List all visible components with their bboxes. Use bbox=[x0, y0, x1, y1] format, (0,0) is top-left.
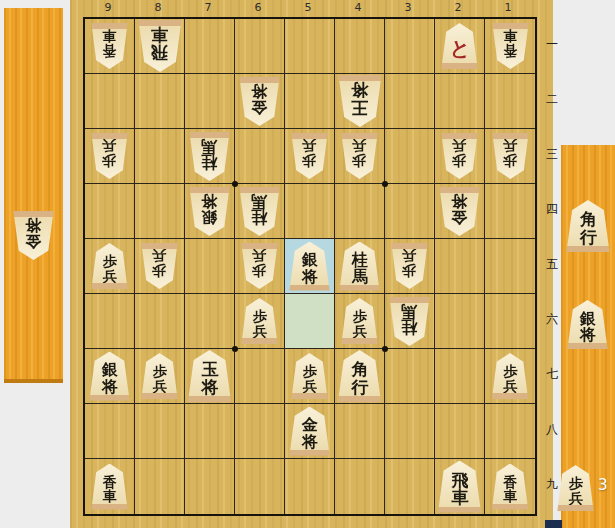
piece-kanji: 歩 bbox=[453, 154, 466, 168]
square-4-2[interactable]: 王将 bbox=[335, 74, 385, 129]
square-5-6[interactable] bbox=[285, 294, 335, 349]
square-3-3[interactable] bbox=[385, 129, 435, 184]
shogi-board: 987654321 一二三四五六七八九 香車飛車と香車金将王将歩兵桂馬歩兵歩兵歩… bbox=[70, 0, 553, 528]
piece-gote-pawn[interactable]: 歩兵 bbox=[341, 133, 378, 179]
piece-kanji: 車 bbox=[152, 26, 168, 43]
piece-sente-pawn[interactable]: 歩兵 bbox=[492, 353, 529, 399]
square-8-8[interactable] bbox=[135, 404, 185, 459]
square-5-8[interactable]: 金将 bbox=[285, 404, 335, 459]
piece-kanji: 飛 bbox=[152, 44, 168, 61]
piece-kanji: 兵 bbox=[253, 249, 266, 263]
square-7-9[interactable] bbox=[185, 459, 235, 514]
square-6-1[interactable] bbox=[235, 19, 285, 74]
piece-kanji: 歩 bbox=[504, 364, 517, 378]
square-8-4[interactable] bbox=[135, 184, 185, 239]
square-6-3[interactable] bbox=[235, 129, 285, 184]
piece-kanji: 兵 bbox=[153, 249, 166, 263]
file-label-2: 2 bbox=[433, 1, 483, 15]
piece-kanji: 馬 bbox=[402, 302, 417, 318]
square-9-5[interactable]: 歩兵 bbox=[85, 239, 135, 294]
hand-count-pawn: 3 bbox=[598, 478, 608, 493]
piece-kanji: 将 bbox=[202, 379, 218, 396]
piece-kanji: 歩 bbox=[353, 309, 366, 323]
piece-gote-pawn[interactable]: 歩兵 bbox=[441, 133, 478, 179]
piece-kanji: 将 bbox=[580, 327, 595, 343]
piece-kanji: 王 bbox=[352, 99, 368, 116]
square-8-6[interactable] bbox=[135, 294, 185, 349]
square-4-1[interactable] bbox=[335, 19, 385, 74]
file-label-1: 1 bbox=[483, 1, 533, 15]
piece-kanji: 馬 bbox=[352, 269, 367, 285]
square-1-1[interactable]: 香車 bbox=[485, 19, 535, 74]
square-5-4[interactable] bbox=[285, 184, 335, 239]
square-5-7[interactable]: 歩兵 bbox=[285, 349, 335, 404]
board-grid: 香車飛車と香車金将王将歩兵桂馬歩兵歩兵歩兵歩兵銀将桂馬金将歩兵歩兵歩兵銀将桂馬歩… bbox=[83, 17, 537, 516]
square-8-5[interactable]: 歩兵 bbox=[135, 239, 185, 294]
piece-kanji: 歩 bbox=[403, 264, 416, 278]
piece-kanji: 将 bbox=[302, 434, 317, 450]
square-8-9[interactable] bbox=[135, 459, 185, 514]
piece-gote-pawn[interactable]: 歩兵 bbox=[492, 133, 529, 179]
square-6-5[interactable]: 歩兵 bbox=[235, 239, 285, 294]
piece-kanji: 兵 bbox=[253, 324, 266, 338]
square-7-6[interactable] bbox=[185, 294, 235, 349]
piece-kanji: 香 bbox=[504, 44, 517, 58]
square-1-6[interactable] bbox=[485, 294, 535, 349]
square-1-5[interactable] bbox=[485, 239, 535, 294]
piece-kanji: 将 bbox=[102, 379, 117, 395]
piece-gote-knight[interactable]: 桂馬 bbox=[189, 132, 230, 181]
piece-kanji: 歩 bbox=[569, 476, 582, 490]
piece-sente-tokin[interactable]: と bbox=[441, 23, 478, 69]
piece-kanji: 兵 bbox=[103, 139, 116, 153]
square-3-6[interactable]: 桂馬 bbox=[385, 294, 435, 349]
piece-kanji: 将 bbox=[26, 217, 41, 233]
piece-kanji: 歩 bbox=[303, 154, 316, 168]
square-9-2[interactable] bbox=[85, 74, 135, 129]
square-9-8[interactable] bbox=[85, 404, 135, 459]
piece-kanji: 兵 bbox=[303, 139, 316, 153]
gote-captured-piece-stand: 金将 bbox=[4, 8, 63, 383]
square-8-3[interactable] bbox=[135, 129, 185, 184]
square-3-5[interactable]: 歩兵 bbox=[385, 239, 435, 294]
file-label-4: 4 bbox=[333, 1, 383, 15]
piece-gote-pawn[interactable]: 歩兵 bbox=[291, 133, 328, 179]
piece-sente-silver[interactable]: 銀将 bbox=[567, 300, 608, 349]
square-9-1[interactable]: 香車 bbox=[85, 19, 135, 74]
square-7-5[interactable] bbox=[185, 239, 235, 294]
square-6-2[interactable]: 金将 bbox=[235, 74, 285, 129]
square-5-5[interactable]: 銀将 bbox=[285, 239, 335, 294]
piece-kanji: 兵 bbox=[153, 379, 166, 393]
piece-kanji: と bbox=[450, 38, 469, 58]
file-label-9: 9 bbox=[83, 1, 133, 15]
background-window-edge bbox=[545, 520, 562, 528]
piece-sente-lance[interactable]: 香車 bbox=[492, 464, 529, 510]
piece-kanji: 歩 bbox=[153, 264, 166, 278]
square-2-5[interactable] bbox=[435, 239, 485, 294]
square-1-8[interactable] bbox=[485, 404, 535, 459]
piece-kanji: 歩 bbox=[303, 364, 316, 378]
square-2-6[interactable] bbox=[435, 294, 485, 349]
piece-sente-silver[interactable]: 銀将 bbox=[289, 242, 330, 291]
square-2-8[interactable] bbox=[435, 404, 485, 459]
piece-kanji: 金 bbox=[26, 233, 41, 249]
piece-kanji: 兵 bbox=[569, 491, 582, 505]
piece-kanji: 歩 bbox=[253, 264, 266, 278]
square-1-9[interactable]: 香車 bbox=[485, 459, 535, 514]
square-9-7[interactable]: 銀将 bbox=[85, 349, 135, 404]
square-8-1[interactable]: 飛車 bbox=[135, 19, 185, 74]
piece-gote-silver[interactable]: 銀将 bbox=[189, 187, 230, 236]
rank-label-2: 二 bbox=[540, 72, 564, 127]
piece-sente-gold[interactable]: 金将 bbox=[289, 407, 330, 456]
square-2-9[interactable]: 飛車 bbox=[435, 459, 485, 514]
square-4-7[interactable]: 角行 bbox=[335, 349, 385, 404]
piece-gote-pawn[interactable]: 歩兵 bbox=[91, 133, 128, 179]
piece-kanji: 兵 bbox=[303, 379, 316, 393]
square-7-2[interactable] bbox=[185, 74, 235, 129]
square-6-7[interactable] bbox=[235, 349, 285, 404]
star-point bbox=[382, 181, 388, 187]
square-2-3[interactable]: 歩兵 bbox=[435, 129, 485, 184]
square-7-4[interactable]: 銀将 bbox=[185, 184, 235, 239]
square-3-4[interactable] bbox=[385, 184, 435, 239]
square-8-7[interactable]: 歩兵 bbox=[135, 349, 185, 404]
piece-gote-gold[interactable]: 金将 bbox=[13, 211, 54, 260]
square-9-3[interactable]: 歩兵 bbox=[85, 129, 135, 184]
piece-kanji: 兵 bbox=[103, 269, 116, 283]
square-6-8[interactable] bbox=[235, 404, 285, 459]
square-2-1[interactable]: と bbox=[435, 19, 485, 74]
square-3-7[interactable] bbox=[385, 349, 435, 404]
piece-kanji: 角 bbox=[580, 211, 596, 228]
square-7-1[interactable] bbox=[185, 19, 235, 74]
piece-kanji: 将 bbox=[352, 81, 368, 98]
file-label-5: 5 bbox=[283, 1, 333, 15]
square-3-8[interactable] bbox=[385, 404, 435, 459]
piece-kanji: 将 bbox=[302, 269, 317, 285]
star-point bbox=[232, 346, 238, 352]
square-5-3[interactable]: 歩兵 bbox=[285, 129, 335, 184]
file-label-7: 7 bbox=[183, 1, 233, 15]
square-6-4[interactable]: 桂馬 bbox=[235, 184, 285, 239]
square-1-7[interactable]: 歩兵 bbox=[485, 349, 535, 404]
piece-kanji: 歩 bbox=[103, 254, 116, 268]
square-9-6[interactable] bbox=[85, 294, 135, 349]
piece-kanji: 行 bbox=[352, 379, 368, 396]
square-3-2[interactable] bbox=[385, 74, 435, 129]
piece-kanji: 行 bbox=[580, 229, 596, 246]
star-point bbox=[232, 181, 238, 187]
piece-gote-rook[interactable]: 飛車 bbox=[138, 20, 182, 72]
piece-kanji: 車 bbox=[504, 29, 517, 43]
square-9-4[interactable] bbox=[85, 184, 135, 239]
piece-gote-pawn[interactable]: 歩兵 bbox=[141, 243, 178, 289]
square-3-9[interactable] bbox=[385, 459, 435, 514]
piece-gote-knight[interactable]: 桂馬 bbox=[389, 297, 430, 346]
square-4-4[interactable] bbox=[335, 184, 385, 239]
star-point bbox=[382, 346, 388, 352]
piece-kanji: 歩 bbox=[103, 154, 116, 168]
piece-sente-lance[interactable]: 香車 bbox=[91, 464, 128, 510]
square-5-2[interactable] bbox=[285, 74, 335, 129]
rank-label-1: 一 bbox=[540, 17, 564, 72]
piece-sente-rook[interactable]: 飛車 bbox=[438, 461, 482, 513]
square-5-1[interactable] bbox=[285, 19, 335, 74]
piece-gote-gold[interactable]: 金将 bbox=[439, 187, 480, 236]
piece-sente-knight[interactable]: 桂馬 bbox=[339, 242, 380, 291]
square-1-2[interactable] bbox=[485, 74, 535, 129]
square-2-2[interactable] bbox=[435, 74, 485, 129]
piece-gote-pawn[interactable]: 歩兵 bbox=[391, 243, 428, 289]
piece-kanji: 兵 bbox=[504, 139, 517, 153]
piece-kanji: 将 bbox=[252, 82, 267, 98]
piece-gote-king[interactable]: 王将 bbox=[338, 75, 382, 127]
piece-gote-pawn[interactable]: 歩兵 bbox=[241, 243, 278, 289]
piece-sente-pawn[interactable]: 歩兵 bbox=[241, 298, 278, 344]
square-2-4[interactable]: 金将 bbox=[435, 184, 485, 239]
square-4-9[interactable] bbox=[335, 459, 385, 514]
square-4-8[interactable] bbox=[335, 404, 385, 459]
piece-gote-lance[interactable]: 香車 bbox=[492, 23, 529, 69]
piece-kanji: 馬 bbox=[252, 192, 267, 208]
piece-sente-pawn[interactable]: 歩兵 bbox=[341, 298, 378, 344]
square-6-6[interactable]: 歩兵 bbox=[235, 294, 285, 349]
piece-kanji: 車 bbox=[103, 489, 116, 503]
square-1-3[interactable]: 歩兵 bbox=[485, 129, 535, 184]
piece-kanji: 香 bbox=[103, 475, 116, 489]
piece-kanji: 歩 bbox=[153, 364, 166, 378]
piece-kanji: 歩 bbox=[504, 154, 517, 168]
piece-kanji: 玉 bbox=[202, 361, 218, 378]
piece-sente-silver[interactable]: 銀将 bbox=[89, 352, 130, 401]
piece-sente-king[interactable]: 玉将 bbox=[188, 350, 232, 402]
square-4-6[interactable]: 歩兵 bbox=[335, 294, 385, 349]
square-4-3[interactable]: 歩兵 bbox=[335, 129, 385, 184]
piece-kanji: 車 bbox=[103, 29, 116, 43]
square-7-8[interactable] bbox=[185, 404, 235, 459]
piece-sente-pawn[interactable]: 歩兵 bbox=[291, 353, 328, 399]
piece-kanji: 香 bbox=[103, 44, 116, 58]
piece-kanji: 歩 bbox=[253, 309, 266, 323]
piece-kanji: 将 bbox=[452, 192, 467, 208]
file-label-6: 6 bbox=[233, 1, 283, 15]
piece-sente-pawn[interactable]: 歩兵 bbox=[91, 243, 128, 289]
piece-kanji: 兵 bbox=[353, 324, 366, 338]
square-6-9[interactable] bbox=[235, 459, 285, 514]
piece-kanji: 馬 bbox=[202, 137, 217, 153]
square-7-7[interactable]: 玉将 bbox=[185, 349, 235, 404]
piece-kanji: 香 bbox=[504, 475, 517, 489]
square-3-1[interactable] bbox=[385, 19, 435, 74]
piece-sente-pawn[interactable]: 歩兵 bbox=[557, 465, 594, 511]
piece-sente-pawn[interactable]: 歩兵 bbox=[141, 353, 178, 399]
piece-sente-bishop[interactable]: 角行 bbox=[566, 200, 610, 252]
piece-gote-lance[interactable]: 香車 bbox=[91, 23, 128, 69]
square-1-4[interactable] bbox=[485, 184, 535, 239]
file-label-8: 8 bbox=[133, 1, 183, 15]
square-9-9[interactable]: 香車 bbox=[85, 459, 135, 514]
piece-sente-bishop[interactable]: 角行 bbox=[338, 350, 382, 402]
file-label-3: 3 bbox=[383, 1, 433, 15]
piece-gote-gold[interactable]: 金将 bbox=[239, 77, 280, 126]
piece-kanji: 兵 bbox=[353, 139, 366, 153]
piece-kanji: 将 bbox=[202, 192, 217, 208]
piece-kanji: 歩 bbox=[353, 154, 366, 168]
piece-kanji: 兵 bbox=[453, 139, 466, 153]
piece-kanji: 車 bbox=[504, 489, 517, 503]
square-4-5[interactable]: 桂馬 bbox=[335, 239, 385, 294]
square-2-7[interactable] bbox=[435, 349, 485, 404]
piece-gote-knight[interactable]: 桂馬 bbox=[239, 187, 280, 236]
square-5-9[interactable] bbox=[285, 459, 335, 514]
piece-kanji: 兵 bbox=[504, 379, 517, 393]
square-8-2[interactable] bbox=[135, 74, 185, 129]
piece-kanji: 車 bbox=[452, 489, 468, 506]
piece-kanji: 角 bbox=[352, 361, 368, 378]
sente-captured-piece-stand: 角行銀将歩兵3 bbox=[561, 145, 615, 528]
piece-kanji: 兵 bbox=[403, 249, 416, 263]
square-7-3[interactable]: 桂馬 bbox=[185, 129, 235, 184]
